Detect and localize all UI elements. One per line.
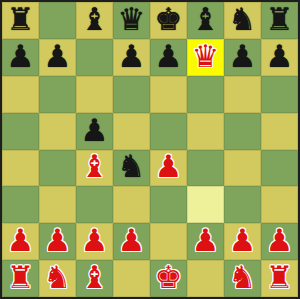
white-bishop-icon: ♝ — [81, 262, 109, 293]
black-knight-icon: ♞ — [118, 151, 146, 182]
square-a8[interactable]: ♜ — [2, 2, 39, 39]
square-f6[interactable] — [187, 76, 224, 113]
chess-board-frame: ♜♝♛♚♝♞♜♟♟♟♟♛♟♟♟♝♞♟♟♟♟♟♟♟♟♜♞♝♚♞♜ — [0, 0, 300, 299]
square-b3[interactable] — [39, 186, 76, 223]
square-c2[interactable]: ♟ — [76, 223, 113, 260]
square-c3[interactable] — [76, 186, 113, 223]
square-c6[interactable] — [76, 76, 113, 113]
square-d1[interactable] — [113, 260, 150, 297]
square-b1[interactable]: ♞ — [39, 260, 76, 297]
square-f8[interactable]: ♝ — [187, 2, 224, 39]
square-b5[interactable] — [39, 113, 76, 150]
black-queen-icon: ♛ — [118, 4, 146, 35]
square-e7[interactable]: ♟ — [150, 39, 187, 76]
square-h3[interactable] — [261, 186, 298, 223]
square-d7[interactable]: ♟ — [113, 39, 150, 76]
white-rook-icon: ♜ — [266, 262, 294, 293]
square-g1[interactable]: ♞ — [224, 260, 261, 297]
square-c7[interactable] — [76, 39, 113, 76]
black-pawn-icon: ♟ — [81, 115, 109, 146]
square-d3[interactable] — [113, 186, 150, 223]
white-bishop-icon: ♝ — [81, 151, 109, 182]
square-h1[interactable]: ♜ — [261, 260, 298, 297]
square-e3[interactable] — [150, 186, 187, 223]
square-e8[interactable]: ♚ — [150, 2, 187, 39]
square-d5[interactable] — [113, 113, 150, 150]
square-b2[interactable]: ♟ — [39, 223, 76, 260]
square-f7[interactable]: ♛ — [187, 39, 224, 76]
square-h4[interactable] — [261, 150, 298, 187]
chess-board: ♜♝♛♚♝♞♜♟♟♟♟♛♟♟♟♝♞♟♟♟♟♟♟♟♟♜♞♝♚♞♜ — [2, 2, 298, 297]
square-a6[interactable] — [2, 76, 39, 113]
square-b8[interactable] — [39, 2, 76, 39]
square-g5[interactable] — [224, 113, 261, 150]
white-queen-icon: ♛ — [192, 41, 220, 72]
square-e2[interactable] — [150, 223, 187, 260]
white-pawn-icon: ♟ — [44, 225, 72, 256]
square-a1[interactable]: ♜ — [2, 260, 39, 297]
square-g8[interactable]: ♞ — [224, 2, 261, 39]
square-g7[interactable]: ♟ — [224, 39, 261, 76]
square-d8[interactable]: ♛ — [113, 2, 150, 39]
black-rook-icon: ♜ — [7, 4, 35, 35]
white-pawn-icon: ♟ — [7, 225, 35, 256]
square-d2[interactable]: ♟ — [113, 223, 150, 260]
square-h7[interactable]: ♟ — [261, 39, 298, 76]
square-f3[interactable] — [187, 186, 224, 223]
square-c5[interactable]: ♟ — [76, 113, 113, 150]
square-e5[interactable] — [150, 113, 187, 150]
square-b7[interactable]: ♟ — [39, 39, 76, 76]
square-c4[interactable]: ♝ — [76, 150, 113, 187]
white-pawn-icon: ♟ — [229, 225, 257, 256]
black-pawn-icon: ♟ — [229, 41, 257, 72]
black-bishop-icon: ♝ — [192, 4, 220, 35]
square-e6[interactable] — [150, 76, 187, 113]
square-f1[interactable] — [187, 260, 224, 297]
square-f4[interactable] — [187, 150, 224, 187]
square-g3[interactable] — [224, 186, 261, 223]
square-d6[interactable] — [113, 76, 150, 113]
white-pawn-icon: ♟ — [155, 151, 183, 182]
white-knight-icon: ♞ — [44, 262, 72, 293]
black-pawn-icon: ♟ — [266, 41, 294, 72]
square-a4[interactable] — [2, 150, 39, 187]
black-pawn-icon: ♟ — [7, 41, 35, 72]
square-b6[interactable] — [39, 76, 76, 113]
white-knight-icon: ♞ — [229, 262, 257, 293]
black-bishop-icon: ♝ — [81, 4, 109, 35]
white-pawn-icon: ♟ — [81, 225, 109, 256]
square-d4[interactable]: ♞ — [113, 150, 150, 187]
white-king-icon: ♚ — [155, 262, 183, 293]
black-pawn-icon: ♟ — [118, 41, 146, 72]
square-h2[interactable]: ♟ — [261, 223, 298, 260]
black-pawn-icon: ♟ — [44, 41, 72, 72]
square-f5[interactable] — [187, 113, 224, 150]
white-pawn-icon: ♟ — [266, 225, 294, 256]
square-a3[interactable] — [2, 186, 39, 223]
square-a7[interactable]: ♟ — [2, 39, 39, 76]
square-e1[interactable]: ♚ — [150, 260, 187, 297]
square-a2[interactable]: ♟ — [2, 223, 39, 260]
square-c8[interactable]: ♝ — [76, 2, 113, 39]
white-pawn-icon: ♟ — [192, 225, 220, 256]
square-e4[interactable]: ♟ — [150, 150, 187, 187]
square-c1[interactable]: ♝ — [76, 260, 113, 297]
square-h6[interactable] — [261, 76, 298, 113]
square-h8[interactable]: ♜ — [261, 2, 298, 39]
black-knight-icon: ♞ — [229, 4, 257, 35]
square-f2[interactable]: ♟ — [187, 223, 224, 260]
white-rook-icon: ♜ — [7, 262, 35, 293]
black-king-icon: ♚ — [155, 4, 183, 35]
square-g6[interactable] — [224, 76, 261, 113]
square-g2[interactable]: ♟ — [224, 223, 261, 260]
white-pawn-icon: ♟ — [118, 225, 146, 256]
square-a5[interactable] — [2, 113, 39, 150]
black-rook-icon: ♜ — [266, 4, 294, 35]
black-pawn-icon: ♟ — [155, 41, 183, 72]
square-h5[interactable] — [261, 113, 298, 150]
square-g4[interactable] — [224, 150, 261, 187]
square-b4[interactable] — [39, 150, 76, 187]
